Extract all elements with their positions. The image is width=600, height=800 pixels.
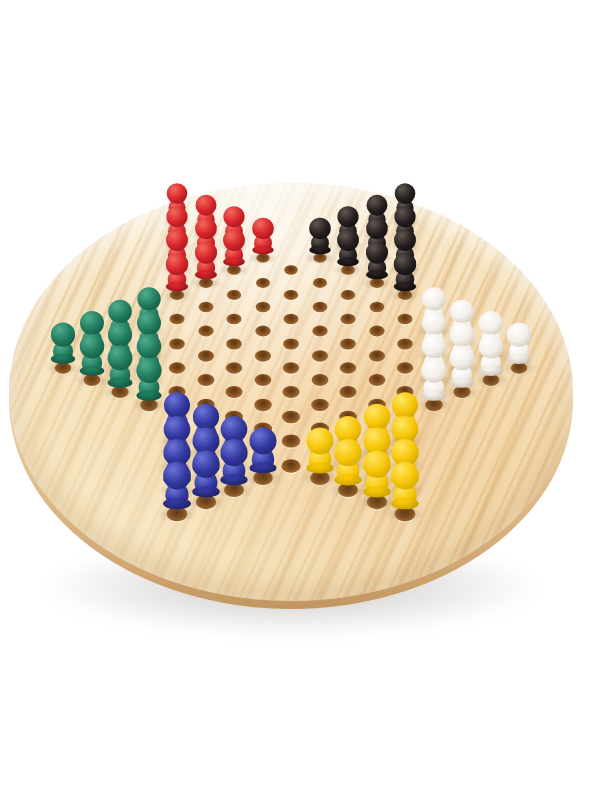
peg-head (223, 229, 245, 251)
hole[interactable] (169, 314, 184, 325)
peg-head (164, 392, 190, 418)
peg-shadow (157, 507, 196, 521)
peg-head (249, 427, 276, 454)
peg-head (422, 311, 446, 335)
peg-head (166, 253, 188, 275)
peg-head (108, 299, 132, 323)
hole[interactable] (255, 326, 270, 337)
hole[interactable] (282, 435, 301, 448)
peg-white[interactable] (476, 334, 505, 385)
peg-head (479, 311, 503, 335)
peg-head (394, 253, 416, 275)
hole[interactable] (397, 314, 412, 325)
hole[interactable] (368, 374, 385, 386)
peg-head (80, 311, 104, 335)
peg-head (395, 183, 416, 204)
peg-shadow (385, 507, 424, 521)
product-photo (0, 0, 600, 800)
peg-head (334, 439, 361, 466)
peg-white[interactable] (419, 357, 448, 409)
hole[interactable] (169, 338, 185, 349)
peg-white[interactable] (505, 323, 533, 374)
peg-blue[interactable] (161, 462, 193, 520)
peg-red[interactable] (250, 218, 275, 263)
peg-white[interactable] (448, 346, 477, 398)
peg-head (366, 218, 388, 240)
peg-head (450, 323, 474, 347)
peg-head (422, 288, 445, 311)
peg-head (108, 323, 132, 347)
peg-head (394, 206, 415, 227)
hole[interactable] (281, 459, 300, 473)
peg-red[interactable] (164, 253, 190, 300)
hole[interactable] (282, 410, 300, 423)
hole[interactable] (283, 362, 299, 374)
hole[interactable] (339, 386, 356, 398)
peg-head (163, 462, 191, 490)
peg-head (108, 346, 133, 371)
peg-yellow[interactable] (304, 427, 335, 483)
hole[interactable] (255, 278, 269, 288)
hole[interactable] (311, 374, 328, 386)
peg-head (366, 195, 387, 216)
peg-head (394, 229, 416, 251)
peg-head (363, 451, 391, 479)
peg-shadow (444, 386, 479, 398)
peg-red[interactable] (221, 229, 246, 274)
peg-head (309, 218, 331, 240)
hole[interactable] (227, 290, 241, 300)
hole[interactable] (254, 398, 272, 410)
peg-shadow (333, 265, 364, 276)
peg-head (195, 195, 216, 216)
peg-head (363, 404, 389, 430)
hole[interactable] (282, 386, 299, 398)
hole[interactable] (284, 266, 298, 276)
peg-head (192, 451, 220, 479)
peg-green[interactable] (134, 357, 163, 409)
hole[interactable] (312, 302, 327, 312)
peg-head (220, 439, 247, 466)
peg-head (79, 334, 104, 359)
peg-black[interactable] (335, 229, 360, 274)
hole[interactable] (254, 350, 270, 361)
hole[interactable] (341, 290, 355, 300)
hole[interactable] (226, 314, 241, 325)
peg-head (166, 229, 188, 251)
hole[interactable] (368, 350, 384, 361)
hole[interactable] (225, 386, 242, 398)
hole[interactable] (340, 362, 356, 374)
peg-head (195, 218, 217, 240)
peg-head (421, 334, 446, 359)
hole[interactable] (197, 374, 214, 386)
hole[interactable] (340, 314, 355, 325)
peg-green[interactable] (106, 346, 135, 398)
peg-head (365, 241, 387, 263)
peg-yellow[interactable] (360, 451, 392, 508)
peg-head (421, 357, 446, 382)
hole[interactable] (311, 398, 329, 410)
hole[interactable] (198, 302, 213, 312)
peg-green[interactable] (77, 334, 106, 385)
peg-head (51, 323, 75, 347)
hole[interactable] (255, 302, 270, 312)
peg-head (166, 206, 187, 227)
hole[interactable] (283, 338, 299, 349)
hole[interactable] (369, 326, 384, 337)
hole[interactable] (312, 326, 327, 337)
hole[interactable] (284, 290, 298, 300)
hole[interactable] (198, 326, 213, 337)
peg-head (136, 357, 161, 382)
hole[interactable] (226, 362, 242, 374)
peg-head (391, 462, 419, 490)
hole[interactable] (311, 350, 327, 361)
peg-head (337, 229, 359, 251)
hole[interactable] (312, 278, 326, 288)
board-hole-grid (0, 0, 600, 800)
hole[interactable] (283, 314, 298, 325)
peg-head (167, 183, 188, 204)
peg-head (223, 206, 244, 227)
peg-head (450, 299, 474, 323)
peg-shadow (102, 386, 137, 398)
hole[interactable] (340, 338, 356, 349)
peg-head (478, 334, 503, 359)
peg-head (194, 241, 216, 263)
hole[interactable] (169, 362, 185, 374)
peg-yellow[interactable] (389, 462, 421, 520)
peg-blue[interactable] (247, 427, 278, 483)
peg-head (137, 288, 160, 311)
peg-head (137, 311, 161, 335)
peg-head (507, 323, 531, 347)
peg-black[interactable] (307, 218, 332, 263)
hole[interactable] (369, 302, 384, 312)
peg-black[interactable] (392, 253, 418, 300)
hole[interactable] (397, 338, 413, 349)
peg-head (337, 206, 358, 227)
hole[interactable] (254, 374, 271, 386)
peg-yellow[interactable] (332, 439, 364, 496)
peg-head (252, 218, 274, 240)
peg-head (392, 392, 418, 418)
peg-red[interactable] (193, 241, 219, 287)
peg-head (136, 334, 161, 359)
hole[interactable] (226, 338, 242, 349)
peg-blue[interactable] (218, 439, 250, 496)
peg-blue[interactable] (189, 451, 221, 508)
hole[interactable] (197, 350, 213, 361)
peg-head (192, 404, 218, 430)
hole[interactable] (397, 362, 413, 374)
peg-shadow (219, 265, 250, 276)
peg-green[interactable] (49, 323, 77, 374)
peg-head (450, 346, 475, 371)
peg-black[interactable] (364, 241, 390, 287)
peg-head (306, 427, 333, 454)
